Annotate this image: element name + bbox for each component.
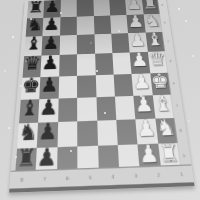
right-coordinate: f (176, 103, 178, 107)
square-c4 (94, 34, 112, 54)
black-pawn: ♟ (41, 54, 59, 73)
square-e3 (113, 73, 133, 96)
white-pawn: ♟ (130, 50, 149, 69)
chess-board-squares: ♜♟♟♜♞♟♟♞♝♟♟♝♛♟♟♛♚♟♟♚♝♟♟♝♞♟♟♞♜♟♟♜ (15, 0, 182, 176)
square-f5 (77, 97, 97, 121)
right-coordinate: d (170, 60, 173, 64)
square-b4 (93, 16, 111, 35)
square-g5 (77, 120, 97, 146)
right-coordinate: e (173, 81, 176, 85)
square-f6 (58, 97, 77, 121)
right-coordinate: g (179, 128, 182, 133)
bottom-coordinate: 8 (20, 177, 23, 183)
square-d3 (112, 53, 131, 74)
square-c6 (59, 35, 77, 55)
white-pawn: ♟ (125, 0, 142, 12)
square-g3 (116, 119, 138, 145)
square-b3 (110, 15, 128, 34)
black-knight: ♞ (18, 120, 39, 143)
black-queen: ♛ (23, 54, 42, 73)
black-rook: ♜ (27, 0, 44, 15)
square-c3 (111, 33, 130, 53)
square-e4 (95, 74, 114, 97)
black-pawn: ♟ (36, 145, 57, 170)
black-rook: ♜ (16, 145, 37, 170)
white-pawn: ♟ (136, 116, 157, 139)
black-bishop: ♝ (25, 35, 43, 53)
photo-noise-speckles (0, 0, 2, 2)
square-a5 (77, 0, 94, 17)
square-d5 (77, 54, 95, 75)
white-pawn: ♟ (138, 141, 160, 166)
bottom-coordinate: 4 (111, 174, 114, 180)
black-pawn: ♟ (44, 0, 60, 15)
bottom-coordinate: 3 (134, 173, 138, 179)
square-d6 (59, 55, 77, 76)
square-f4 (96, 96, 116, 120)
square-a6 (60, 0, 77, 17)
white-pawn: ♟ (127, 13, 145, 30)
square-b6 (60, 17, 77, 36)
black-pawn: ♟ (39, 96, 58, 118)
coordinate-labels-bottom: 87654321 (10, 169, 194, 186)
chessboard-photo: ♜♟♟♜♞♟♟♞♝♟♟♝♛♟♟♛♚♟♟♚♝♟♟♝♞♟♟♞♜♟♟♜ abcdefg… (0, 0, 200, 200)
square-g4 (97, 120, 118, 146)
square-b5 (77, 16, 94, 35)
square-c5 (77, 35, 95, 55)
square-a3 (109, 0, 127, 16)
bottom-coordinate: 6 (66, 175, 69, 181)
right-coordinate: c (167, 40, 169, 44)
black-pawn: ♟ (40, 74, 59, 94)
square-g6 (57, 121, 77, 147)
right-coordinate: a (162, 3, 164, 6)
white-pawn: ♟ (134, 93, 155, 115)
black-pawn: ♟ (42, 34, 60, 52)
right-coordinate: b (164, 21, 167, 24)
square-a4 (93, 0, 110, 16)
black-pawn: ♟ (38, 120, 58, 143)
square-e6 (58, 75, 77, 98)
white-pawn: ♟ (132, 71, 152, 91)
square-d4 (95, 53, 114, 74)
black-knight: ♞ (26, 16, 43, 33)
chess-board: ♜♟♟♜♞♟♟♞♝♟♟♝♛♟♟♛♚♟♟♚♝♟♟♝♞♟♟♞♜♟♟♜ abcdefg… (9, 0, 194, 193)
black-bishop: ♝ (20, 97, 40, 119)
bottom-coordinate: 7 (43, 176, 46, 182)
right-coordinate: h (183, 153, 186, 158)
white-pawn: ♟ (128, 31, 147, 49)
bottom-coordinate: 5 (88, 174, 91, 180)
bottom-coordinate: 2 (157, 172, 161, 178)
bottom-coordinate: 1 (179, 171, 183, 177)
black-king: ♚ (21, 75, 40, 95)
square-e5 (77, 75, 96, 98)
square-f3 (115, 96, 136, 120)
black-pawn: ♟ (43, 16, 60, 33)
